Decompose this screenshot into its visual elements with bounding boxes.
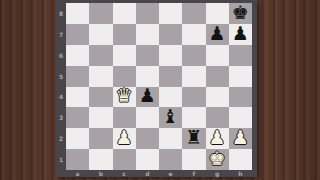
white-king: ♚ bbox=[209, 149, 226, 168]
square-d8[interactable] bbox=[136, 3, 159, 24]
square-d7[interactable] bbox=[136, 24, 159, 45]
white-pawn: ♟ bbox=[209, 128, 226, 147]
square-f6[interactable] bbox=[182, 45, 205, 66]
white-pawn: ♟ bbox=[232, 128, 249, 147]
square-b7[interactable] bbox=[89, 24, 112, 45]
square-a8[interactable] bbox=[66, 3, 89, 24]
black-king: ♚ bbox=[232, 3, 249, 22]
square-g8[interactable] bbox=[206, 3, 229, 24]
square-e1[interactable] bbox=[159, 149, 182, 170]
black-bishop: ♝ bbox=[162, 107, 179, 126]
rank-label-8: 8 bbox=[56, 3, 66, 24]
rank-label-7: 7 bbox=[56, 24, 66, 45]
square-d6[interactable] bbox=[136, 45, 159, 66]
black-rook: ♜ bbox=[185, 128, 202, 147]
file-label-b: b bbox=[89, 170, 112, 177]
file-label-f: f bbox=[182, 170, 205, 177]
file-label-a: a bbox=[66, 170, 89, 177]
square-f8[interactable] bbox=[182, 3, 205, 24]
rank-label-1: 1 bbox=[56, 149, 66, 170]
square-h7[interactable]: ♟ bbox=[229, 24, 252, 45]
square-h5[interactable] bbox=[229, 66, 252, 87]
square-g2[interactable]: ♟ bbox=[206, 128, 229, 149]
square-a5[interactable] bbox=[66, 66, 89, 87]
file-label-e: e bbox=[159, 170, 182, 177]
black-pawn: ♟ bbox=[209, 24, 226, 43]
square-a6[interactable] bbox=[66, 45, 89, 66]
white-pawn: ♟ bbox=[116, 128, 133, 147]
square-h1[interactable] bbox=[229, 149, 252, 170]
square-c7[interactable] bbox=[113, 24, 136, 45]
square-d2[interactable] bbox=[136, 128, 159, 149]
square-e4[interactable] bbox=[159, 87, 182, 108]
square-b2[interactable] bbox=[89, 128, 112, 149]
square-g5[interactable] bbox=[206, 66, 229, 87]
square-d4[interactable]: ♟ bbox=[136, 87, 159, 108]
square-f2[interactable]: ♜ bbox=[182, 128, 205, 149]
square-a3[interactable] bbox=[66, 107, 89, 128]
chess-board: ♚♟♟♛♟♝♟♜♟♟♚ bbox=[66, 3, 252, 170]
square-h2[interactable]: ♟ bbox=[229, 128, 252, 149]
square-f3[interactable] bbox=[182, 107, 205, 128]
square-e3[interactable]: ♝ bbox=[159, 107, 182, 128]
file-label-g: g bbox=[206, 170, 229, 177]
chess-board-frame: 87654321 ♚♟♟♛♟♝♟♜♟♟♚ abcdefgh bbox=[56, 0, 257, 177]
square-c3[interactable] bbox=[113, 107, 136, 128]
square-g3[interactable] bbox=[206, 107, 229, 128]
square-d5[interactable] bbox=[136, 66, 159, 87]
square-b6[interactable] bbox=[89, 45, 112, 66]
square-b1[interactable] bbox=[89, 149, 112, 170]
square-g7[interactable]: ♟ bbox=[206, 24, 229, 45]
square-c2[interactable]: ♟ bbox=[113, 128, 136, 149]
square-a4[interactable] bbox=[66, 87, 89, 108]
square-b4[interactable] bbox=[89, 87, 112, 108]
rank-label-4: 4 bbox=[56, 87, 66, 108]
rank-label-6: 6 bbox=[56, 45, 66, 66]
square-h4[interactable] bbox=[229, 87, 252, 108]
rank-label-5: 5 bbox=[56, 66, 66, 87]
square-g1[interactable]: ♚ bbox=[206, 149, 229, 170]
square-h3[interactable] bbox=[229, 107, 252, 128]
file-label-c: c bbox=[113, 170, 136, 177]
square-c6[interactable] bbox=[113, 45, 136, 66]
square-e8[interactable] bbox=[159, 3, 182, 24]
square-f7[interactable] bbox=[182, 24, 205, 45]
square-g4[interactable] bbox=[206, 87, 229, 108]
square-b3[interactable] bbox=[89, 107, 112, 128]
square-e6[interactable] bbox=[159, 45, 182, 66]
rank-labels: 87654321 bbox=[56, 3, 66, 170]
square-b5[interactable] bbox=[89, 66, 112, 87]
square-c1[interactable] bbox=[113, 149, 136, 170]
square-a7[interactable] bbox=[66, 24, 89, 45]
black-pawn: ♟ bbox=[232, 24, 249, 43]
square-f5[interactable] bbox=[182, 66, 205, 87]
square-e7[interactable] bbox=[159, 24, 182, 45]
square-c4[interactable]: ♛ bbox=[113, 87, 136, 108]
square-b8[interactable] bbox=[89, 3, 112, 24]
square-e2[interactable] bbox=[159, 128, 182, 149]
square-f1[interactable] bbox=[182, 149, 205, 170]
square-g6[interactable] bbox=[206, 45, 229, 66]
file-label-d: d bbox=[136, 170, 159, 177]
file-labels: abcdefgh bbox=[66, 170, 252, 177]
rank-label-2: 2 bbox=[56, 128, 66, 149]
square-h8[interactable]: ♚ bbox=[229, 3, 252, 24]
square-f4[interactable] bbox=[182, 87, 205, 108]
square-c5[interactable] bbox=[113, 66, 136, 87]
square-a2[interactable] bbox=[66, 128, 89, 149]
rank-label-3: 3 bbox=[56, 107, 66, 128]
square-e5[interactable] bbox=[159, 66, 182, 87]
square-d3[interactable] bbox=[136, 107, 159, 128]
black-pawn: ♟ bbox=[139, 86, 156, 105]
video-frame: 87654321 ♚♟♟♛♟♝♟♜♟♟♚ abcdefgh bbox=[0, 0, 320, 180]
white-queen: ♛ bbox=[116, 86, 133, 105]
square-c8[interactable] bbox=[113, 3, 136, 24]
square-h6[interactable] bbox=[229, 45, 252, 66]
square-a1[interactable] bbox=[66, 149, 89, 170]
file-label-h: h bbox=[229, 170, 252, 177]
square-d1[interactable] bbox=[136, 149, 159, 170]
